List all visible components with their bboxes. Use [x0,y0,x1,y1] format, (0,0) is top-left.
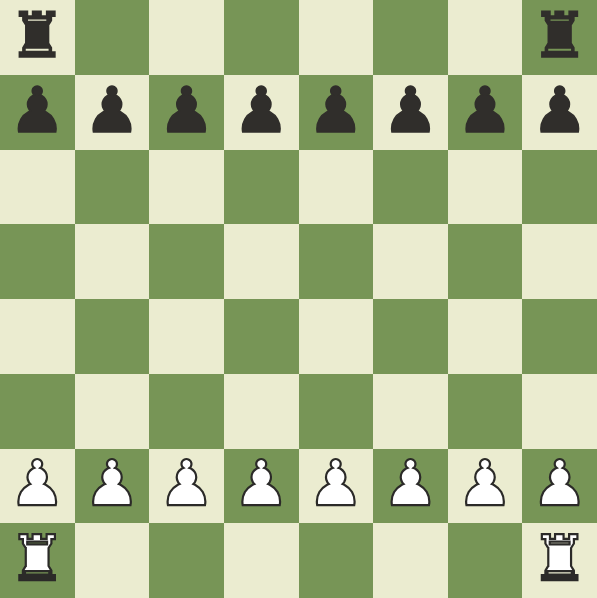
white-pawn-piece[interactable]: ♟ [382,452,438,515]
square-g1[interactable] [448,523,523,598]
square-g5[interactable] [448,224,523,299]
square-b3[interactable] [75,374,150,449]
square-c3[interactable] [149,374,224,449]
square-f3[interactable] [373,374,448,449]
square-h5[interactable] [522,224,597,299]
square-f5[interactable] [373,224,448,299]
square-g6[interactable] [448,150,523,225]
black-pawn-piece[interactable]: ♟ [531,79,587,142]
square-d2[interactable]: ♟ [224,449,299,524]
square-h4[interactable] [522,299,597,374]
square-f1[interactable] [373,523,448,598]
square-b5[interactable] [75,224,150,299]
square-c7[interactable]: ♟ [149,75,224,150]
square-e3[interactable] [299,374,374,449]
square-d7[interactable]: ♟ [224,75,299,150]
square-c6[interactable] [149,150,224,225]
black-pawn-piece[interactable]: ♟ [382,79,438,142]
white-pawn-piece[interactable]: ♟ [84,452,140,515]
square-e1[interactable] [299,523,374,598]
white-rook-piece[interactable]: ♜ [9,527,65,590]
square-b2[interactable]: ♟ [75,449,150,524]
white-pawn-piece[interactable]: ♟ [457,452,513,515]
square-f6[interactable] [373,150,448,225]
square-e6[interactable] [299,150,374,225]
square-e7[interactable]: ♟ [299,75,374,150]
square-c8[interactable] [149,0,224,75]
square-e5[interactable] [299,224,374,299]
square-g8[interactable] [448,0,523,75]
square-f4[interactable] [373,299,448,374]
black-pawn-piece[interactable]: ♟ [158,79,214,142]
square-g3[interactable] [448,374,523,449]
square-h7[interactable]: ♟ [522,75,597,150]
black-pawn-piece[interactable]: ♟ [9,79,65,142]
square-c2[interactable]: ♟ [149,449,224,524]
white-pawn-piece[interactable]: ♟ [9,452,65,515]
square-b8[interactable] [75,0,150,75]
white-pawn-piece[interactable]: ♟ [158,452,214,515]
square-a5[interactable] [0,224,75,299]
square-a2[interactable]: ♟ [0,449,75,524]
square-e8[interactable] [299,0,374,75]
square-d4[interactable] [224,299,299,374]
white-pawn-piece[interactable]: ♟ [308,452,364,515]
square-a6[interactable] [0,150,75,225]
square-g2[interactable]: ♟ [448,449,523,524]
white-pawn-piece[interactable]: ♟ [531,452,587,515]
square-a4[interactable] [0,299,75,374]
square-c4[interactable] [149,299,224,374]
square-a1[interactable]: ♜ [0,523,75,598]
square-b7[interactable]: ♟ [75,75,150,150]
white-pawn-piece[interactable]: ♟ [233,452,289,515]
square-d1[interactable] [224,523,299,598]
square-d8[interactable] [224,0,299,75]
black-pawn-piece[interactable]: ♟ [457,79,513,142]
black-pawn-piece[interactable]: ♟ [233,79,289,142]
square-h6[interactable] [522,150,597,225]
square-d6[interactable] [224,150,299,225]
chess-board: ♜♜♟♟♟♟♟♟♟♟♟♟♟♟♟♟♟♟♜♜ [0,0,597,598]
square-e4[interactable] [299,299,374,374]
square-h1[interactable]: ♜ [522,523,597,598]
square-a7[interactable]: ♟ [0,75,75,150]
square-g7[interactable]: ♟ [448,75,523,150]
square-b1[interactable] [75,523,150,598]
black-rook-piece[interactable]: ♜ [9,4,65,67]
square-d5[interactable] [224,224,299,299]
black-rook-piece[interactable]: ♜ [531,4,587,67]
square-c5[interactable] [149,224,224,299]
black-pawn-piece[interactable]: ♟ [84,79,140,142]
square-d3[interactable] [224,374,299,449]
white-rook-piece[interactable]: ♜ [531,527,587,590]
square-a3[interactable] [0,374,75,449]
square-h3[interactable] [522,374,597,449]
square-g4[interactable] [448,299,523,374]
square-c1[interactable] [149,523,224,598]
square-f2[interactable]: ♟ [373,449,448,524]
square-a8[interactable]: ♜ [0,0,75,75]
square-h8[interactable]: ♜ [522,0,597,75]
black-pawn-piece[interactable]: ♟ [308,79,364,142]
square-f8[interactable] [373,0,448,75]
square-h2[interactable]: ♟ [522,449,597,524]
square-e2[interactable]: ♟ [299,449,374,524]
square-f7[interactable]: ♟ [373,75,448,150]
square-b4[interactable] [75,299,150,374]
square-b6[interactable] [75,150,150,225]
